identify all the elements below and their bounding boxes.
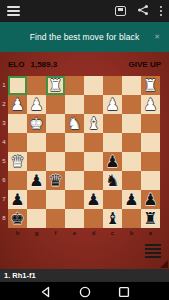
file-label-h: h [8,228,27,239]
square-e1[interactable] [65,76,84,95]
screen: Find the best move for black ✕ ELO1,589.… [0,0,169,300]
square-f7[interactable] [46,190,65,209]
black-pawn: ♟ [105,152,119,171]
square-b5[interactable] [122,152,141,171]
black-pawn: ♟ [10,190,24,209]
white-bishop: ♝ [86,114,100,133]
square-g3[interactable]: ♚ [27,114,46,133]
home-button[interactable] [79,286,91,298]
square-b2[interactable] [122,95,141,114]
square-f3[interactable] [46,114,65,133]
square-c7[interactable] [103,190,122,209]
rank-label-7: 7 [0,190,8,209]
rank-label-6: 6 [0,171,8,190]
move-list-toggle-icon[interactable] [145,244,161,258]
square-e5[interactable] [65,152,84,171]
status-row: ELO1,589.3 GIVE UP [0,52,169,76]
square-h1[interactable] [8,76,27,95]
square-f2[interactable] [46,95,65,114]
white-rook: ♜ [48,76,62,95]
elo-label: ELO [8,60,24,69]
square-f5[interactable] [46,152,65,171]
overflow-menu-icon[interactable] [160,6,162,16]
square-h3[interactable] [8,114,27,133]
square-d4[interactable] [84,133,103,152]
file-label-e: e [65,228,84,239]
square-h6[interactable] [8,171,27,190]
black-pawn: ♟ [29,171,43,190]
white-pawn: ♟ [10,95,24,114]
file-label-g: g [27,228,46,239]
square-c5[interactable]: ♟ [103,152,122,171]
square-f4[interactable] [46,133,65,152]
black-pawn: ♟ [124,190,138,209]
white-king: ♚ [29,114,43,133]
square-a1[interactable]: ♜ [141,76,160,95]
square-d3[interactable]: ♝ [84,114,103,133]
move-notation: 1. Rh1-f1 [4,271,36,280]
square-b3[interactable] [122,114,141,133]
rank-labels: 12345678 [0,76,8,228]
android-nav-bar [0,282,169,300]
square-g4[interactable] [27,133,46,152]
square-e3[interactable]: ♞ [65,114,84,133]
elo-value: 1,589.3 [30,60,57,69]
square-g5[interactable] [27,152,46,171]
resize-grip-icon [160,260,168,268]
file-label-c: c [103,228,122,239]
recents-button[interactable] [118,286,130,298]
square-a2[interactable]: ♟ [141,95,160,114]
black-queen: ♛ [48,171,62,190]
square-c3[interactable] [103,114,122,133]
rank-label-2: 2 [0,95,8,114]
file-label-a: a [141,228,160,239]
square-e8[interactable] [65,209,84,228]
square-c4[interactable] [103,133,122,152]
file-label-f: f [46,228,65,239]
square-h7[interactable]: ♟ [8,190,27,209]
close-icon[interactable]: ✕ [154,33,160,41]
square-b4[interactable] [122,133,141,152]
elo-rating: ELO1,589.3 [8,60,57,69]
square-a6[interactable] [141,171,160,190]
black-pawn: ♟ [143,190,157,209]
pip-window-icon[interactable] [115,6,126,16]
rank-label-1: 1 [0,76,8,95]
square-h5[interactable]: ♛ [8,152,27,171]
white-knight: ♞ [67,114,81,133]
black-rook: ♜ [143,209,157,228]
square-f8[interactable] [46,209,65,228]
square-c2[interactable]: ♟ [103,95,122,114]
file-label-b: b [122,228,141,239]
banner-text: Find the best move for black [30,32,140,42]
square-g7[interactable] [27,190,46,209]
back-button[interactable] [40,286,52,298]
square-g6[interactable]: ♟ [27,171,46,190]
white-queen: ♛ [10,152,24,171]
black-knight: ♞ [105,171,119,190]
white-pawn: ♟ [29,95,43,114]
square-h8[interactable]: ♚ [8,209,27,228]
square-d2[interactable] [84,95,103,114]
square-g8[interactable] [27,209,46,228]
black-bishop: ♝ [105,209,119,228]
square-f6[interactable]: ♛ [46,171,65,190]
white-rook: ♜ [143,76,157,95]
chess-board: ♜♜♟♟♟♟♚♞♝♛♟♟♛♞♟♟♟♟♚♝♜ [8,76,160,228]
square-e6[interactable] [65,171,84,190]
top-app-bar [0,0,169,22]
square-d6[interactable] [84,171,103,190]
square-b6[interactable] [122,171,141,190]
square-a5[interactable] [141,152,160,171]
rank-label-8: 8 [0,209,8,228]
menu-icon[interactable] [7,6,20,16]
give-up-button[interactable]: GIVE UP [129,60,161,69]
square-a3[interactable] [141,114,160,133]
white-pawn: ♟ [143,95,157,114]
square-d1[interactable] [84,76,103,95]
move-bar: 1. Rh1-f1 [0,269,169,282]
rank-label-4: 4 [0,133,8,152]
rank-label-5: 5 [0,152,8,171]
instruction-banner: Find the best move for black ✕ [0,22,169,52]
board-area: ELO1,589.3 GIVE UP ♜♜♟♟♟♟♚♞♝♛♟♟♛♞♟♟♟♟♚♝♜… [0,52,169,269]
square-d7[interactable]: ♟ [84,190,103,209]
square-a4[interactable] [141,133,160,152]
white-pawn: ♟ [105,95,119,114]
square-b1[interactable] [122,76,141,95]
square-b7[interactable]: ♟ [122,190,141,209]
rank-label-3: 3 [0,114,8,133]
square-e4[interactable] [65,133,84,152]
square-c1[interactable] [103,76,122,95]
black-king: ♚ [10,209,24,228]
square-h2[interactable]: ♟ [8,95,27,114]
share-icon[interactable] [137,2,149,20]
file-labels: hgfedcba [8,228,160,239]
square-a8[interactable]: ♜ [141,209,160,228]
topbar-actions [115,2,162,20]
square-d5[interactable] [84,152,103,171]
square-e7[interactable] [65,190,84,209]
square-g2[interactable]: ♟ [27,95,46,114]
square-e2[interactable] [65,95,84,114]
square-c6[interactable]: ♞ [103,171,122,190]
square-d8[interactable] [84,209,103,228]
square-b8[interactable] [122,209,141,228]
black-pawn: ♟ [86,190,100,209]
square-a7[interactable]: ♟ [141,190,160,209]
square-f1[interactable]: ♜ [46,76,65,95]
square-h4[interactable] [8,133,27,152]
file-label-d: d [84,228,103,239]
square-c8[interactable]: ♝ [103,209,122,228]
square-g1[interactable] [27,76,46,95]
board-footer [0,239,169,269]
